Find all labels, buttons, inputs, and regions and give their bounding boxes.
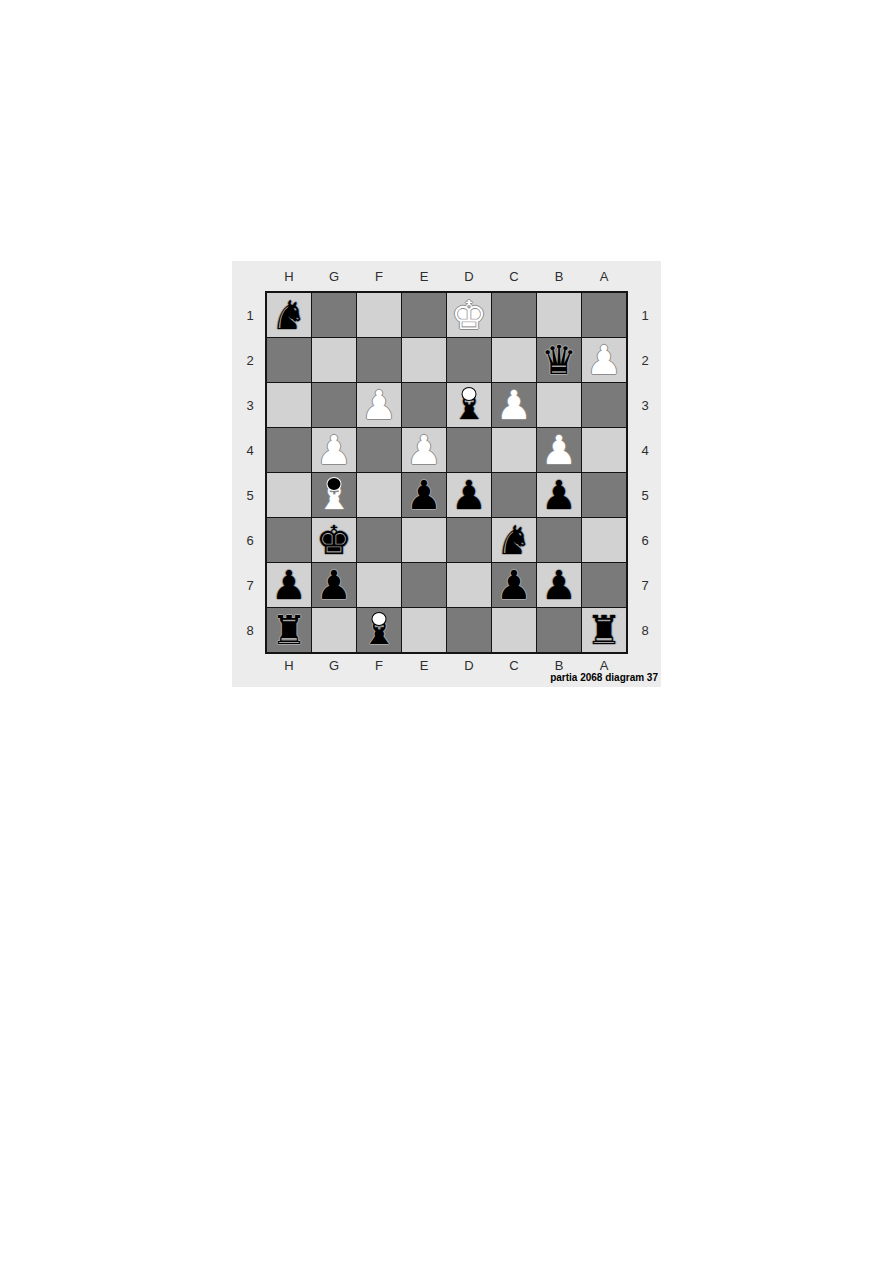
square-e5[interactable]: ♟	[402, 473, 446, 517]
file-label-bottom-F: F	[357, 658, 401, 674]
square-e2[interactable]	[402, 338, 446, 382]
white-bishop-g5: ♝	[316, 475, 352, 515]
square-c8[interactable]	[492, 608, 536, 652]
square-b4[interactable]: ♟	[537, 428, 581, 472]
square-c7[interactable]: ♟	[492, 563, 536, 607]
square-h3[interactable]	[267, 383, 311, 427]
square-d4[interactable]	[447, 428, 491, 472]
square-b1[interactable]	[537, 293, 581, 337]
file-label-bottom-H: H	[267, 658, 311, 674]
black-pawn-g7: ♟	[316, 565, 352, 605]
square-g1[interactable]	[312, 293, 356, 337]
square-h1[interactable]: ♞	[267, 293, 311, 337]
file-label-top-E: E	[402, 269, 446, 285]
file-label-top-F: F	[357, 269, 401, 285]
square-f4[interactable]	[357, 428, 401, 472]
rank-label-left-8: 8	[240, 608, 260, 652]
file-label-top-A: A	[582, 269, 626, 285]
white-pawn-g4: ♟	[316, 430, 352, 470]
square-a2[interactable]: ♟	[582, 338, 626, 382]
rank-label-left-5: 5	[240, 473, 260, 517]
rank-label-left-3: 3	[240, 383, 260, 427]
square-f7[interactable]	[357, 563, 401, 607]
square-c2[interactable]	[492, 338, 536, 382]
square-e6[interactable]	[402, 518, 446, 562]
file-label-bottom-D: D	[447, 658, 491, 674]
square-b3[interactable]	[537, 383, 581, 427]
rank-label-right-4: 4	[635, 428, 655, 472]
square-e7[interactable]	[402, 563, 446, 607]
diagram-panel: HGFEDCBA 12345678 12345678 ♞♚♛♟♟♝♟♟♟♟♝♟♟…	[232, 261, 661, 687]
file-label-top-C: C	[492, 269, 536, 285]
black-pawn-c7: ♟	[496, 565, 532, 605]
square-g8[interactable]	[312, 608, 356, 652]
square-g2[interactable]	[312, 338, 356, 382]
square-d1[interactable]: ♚	[447, 293, 491, 337]
square-a1[interactable]	[582, 293, 626, 337]
file-label-top-D: D	[447, 269, 491, 285]
square-d8[interactable]	[447, 608, 491, 652]
rank-label-right-7: 7	[635, 563, 655, 607]
rank-label-left-4: 4	[240, 428, 260, 472]
rank-label-left-7: 7	[240, 563, 260, 607]
square-d2[interactable]	[447, 338, 491, 382]
square-f6[interactable]	[357, 518, 401, 562]
square-e8[interactable]	[402, 608, 446, 652]
black-bishop-f8: ♝	[361, 610, 397, 650]
square-h6[interactable]	[267, 518, 311, 562]
white-pawn-a2: ♟	[586, 340, 622, 380]
rank-label-left-2: 2	[240, 338, 260, 382]
square-g6[interactable]: ♚	[312, 518, 356, 562]
square-d3[interactable]: ♝	[447, 383, 491, 427]
rank-label-right-3: 3	[635, 383, 655, 427]
white-pawn-e4: ♟	[406, 430, 442, 470]
square-a7[interactable]	[582, 563, 626, 607]
rank-label-left-6: 6	[240, 518, 260, 562]
page: HGFEDCBA 12345678 12345678 ♞♚♛♟♟♝♟♟♟♟♝♟♟…	[0, 0, 893, 1263]
square-f1[interactable]	[357, 293, 401, 337]
square-c5[interactable]	[492, 473, 536, 517]
black-knight-c6: ♞	[496, 520, 532, 560]
chess-board: ♞♚♛♟♟♝♟♟♟♟♝♟♟♟♚♞♟♟♟♟♜♝♜	[265, 291, 628, 654]
square-h7[interactable]: ♟	[267, 563, 311, 607]
square-c6[interactable]: ♞	[492, 518, 536, 562]
square-d5[interactable]: ♟	[447, 473, 491, 517]
black-king-g6: ♚	[316, 520, 352, 560]
square-f2[interactable]	[357, 338, 401, 382]
square-c4[interactable]	[492, 428, 536, 472]
square-g7[interactable]: ♟	[312, 563, 356, 607]
square-c1[interactable]	[492, 293, 536, 337]
square-h2[interactable]	[267, 338, 311, 382]
square-a8[interactable]: ♜	[582, 608, 626, 652]
square-f3[interactable]: ♟	[357, 383, 401, 427]
square-a6[interactable]	[582, 518, 626, 562]
square-b6[interactable]	[537, 518, 581, 562]
square-d6[interactable]	[447, 518, 491, 562]
square-d7[interactable]	[447, 563, 491, 607]
white-pawn-c3: ♟	[496, 385, 532, 425]
file-label-top-G: G	[312, 269, 356, 285]
black-rook-a8: ♜	[586, 610, 622, 650]
caption: partia 2068 diagram 37	[550, 672, 658, 683]
rank-labels-right: 12345678	[635, 293, 655, 652]
square-b5[interactable]: ♟	[537, 473, 581, 517]
square-a3[interactable]	[582, 383, 626, 427]
black-pawn-d5: ♟	[451, 475, 487, 515]
rank-label-right-8: 8	[635, 608, 655, 652]
rank-label-left-1: 1	[240, 293, 260, 337]
black-queen-b2: ♛	[541, 340, 577, 380]
rank-labels-left: 12345678	[240, 293, 260, 652]
black-bishop-d3: ♝	[451, 385, 487, 425]
square-a5[interactable]	[582, 473, 626, 517]
square-h8[interactable]: ♜	[267, 608, 311, 652]
file-label-bottom-C: C	[492, 658, 536, 674]
file-label-top-H: H	[267, 269, 311, 285]
white-pawn-b4: ♟	[541, 430, 577, 470]
black-pawn-e5: ♟	[406, 475, 442, 515]
white-king-d1: ♚	[451, 295, 487, 335]
square-g5[interactable]: ♝	[312, 473, 356, 517]
square-h5[interactable]	[267, 473, 311, 517]
black-knight-h1: ♞	[271, 295, 307, 335]
square-g4[interactable]: ♟	[312, 428, 356, 472]
rank-label-right-2: 2	[635, 338, 655, 382]
square-h4[interactable]	[267, 428, 311, 472]
rank-label-right-6: 6	[635, 518, 655, 562]
white-pawn-f3: ♟	[361, 385, 397, 425]
black-pawn-b5: ♟	[541, 475, 577, 515]
square-b2[interactable]: ♛	[537, 338, 581, 382]
square-e3[interactable]	[402, 383, 446, 427]
square-f8[interactable]: ♝	[357, 608, 401, 652]
rank-label-right-5: 5	[635, 473, 655, 517]
square-a4[interactable]	[582, 428, 626, 472]
square-f5[interactable]	[357, 473, 401, 517]
black-pawn-h7: ♟	[271, 565, 307, 605]
square-e1[interactable]	[402, 293, 446, 337]
square-b7[interactable]: ♟	[537, 563, 581, 607]
square-c3[interactable]: ♟	[492, 383, 536, 427]
square-b8[interactable]	[537, 608, 581, 652]
file-label-bottom-E: E	[402, 658, 446, 674]
file-label-bottom-G: G	[312, 658, 356, 674]
black-pawn-b7: ♟	[541, 565, 577, 605]
file-labels-top: HGFEDCBA	[267, 269, 626, 285]
black-rook-h8: ♜	[271, 610, 307, 650]
rank-label-right-1: 1	[635, 293, 655, 337]
square-e4[interactable]: ♟	[402, 428, 446, 472]
file-label-top-B: B	[537, 269, 581, 285]
square-g3[interactable]	[312, 383, 356, 427]
